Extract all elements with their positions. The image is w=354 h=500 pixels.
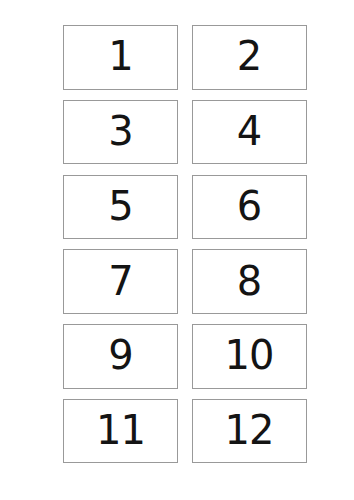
card-number-label: 10 [225,335,274,375]
card-number-label: 7 [108,261,132,301]
card-number-label: 8 [237,261,261,301]
card-number-label: 5 [108,186,132,226]
card-number-label: 9 [108,335,132,375]
number-card-1: 1 [63,25,178,90]
number-card-10: 10 [192,324,307,389]
number-card-2: 2 [192,25,307,90]
card-number-label: 1 [108,36,132,76]
number-card-grid: 1 2 3 4 5 6 7 8 9 10 11 12 [63,25,307,463]
number-card-9: 9 [63,324,178,389]
number-card-3: 3 [63,100,178,165]
card-number-label: 12 [225,410,274,450]
card-number-label: 6 [237,186,261,226]
number-card-12: 12 [192,399,307,464]
number-card-4: 4 [192,100,307,165]
card-number-label: 2 [237,36,261,76]
number-card-6: 6 [192,175,307,240]
number-card-8: 8 [192,249,307,314]
number-card-11: 11 [63,399,178,464]
card-number-label: 3 [108,111,132,151]
number-card-5: 5 [63,175,178,240]
number-card-7: 7 [63,249,178,314]
card-number-label: 11 [96,410,145,450]
card-number-label: 4 [237,111,261,151]
